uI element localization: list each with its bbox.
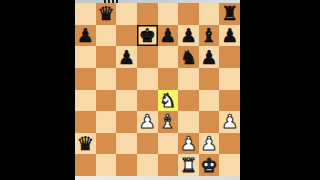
square-h5[interactable] <box>219 68 240 90</box>
square-e4[interactable]: ♞ <box>158 90 179 112</box>
square-e8[interactable] <box>158 3 179 25</box>
square-a8[interactable] <box>75 3 96 25</box>
square-b3[interactable] <box>96 111 117 133</box>
square-d3[interactable]: ♟ <box>137 111 158 133</box>
square-f4[interactable] <box>178 90 199 112</box>
black-pawn-icon: ♟ <box>118 47 135 66</box>
square-f7[interactable]: ♟ <box>178 25 199 47</box>
square-f3[interactable] <box>178 111 199 133</box>
black-king-icon: ♚ <box>139 25 156 44</box>
square-d2[interactable] <box>137 133 158 155</box>
square-a2[interactable]: ♛ <box>75 133 96 155</box>
bottom-ui-strip <box>75 176 240 180</box>
black-pawn-icon: ♟ <box>77 25 94 44</box>
square-a5[interactable] <box>75 68 96 90</box>
square-e1[interactable] <box>158 154 179 176</box>
square-d1[interactable] <box>137 154 158 176</box>
square-f1[interactable]: ♜ <box>178 154 199 176</box>
square-f5[interactable] <box>178 68 199 90</box>
square-b8[interactable]: ♛ <box>96 3 117 25</box>
square-f8[interactable] <box>178 3 199 25</box>
square-a1[interactable] <box>75 154 96 176</box>
square-h7[interactable]: ♟ <box>219 25 240 47</box>
square-a4[interactable] <box>75 90 96 112</box>
square-d7[interactable]: ♚ <box>137 25 158 47</box>
black-queen-icon: ♛ <box>77 134 94 153</box>
square-h1[interactable] <box>219 154 240 176</box>
square-g7[interactable]: ♝ <box>199 25 220 47</box>
square-b6[interactable] <box>96 46 117 68</box>
square-b5[interactable] <box>96 68 117 90</box>
black-pawn-icon: ♟ <box>221 25 238 44</box>
square-b7[interactable] <box>96 25 117 47</box>
square-a6[interactable] <box>75 46 96 68</box>
black-bishop-icon: ♝ <box>201 25 218 44</box>
square-f6[interactable]: ♞ <box>178 46 199 68</box>
square-c7[interactable] <box>116 25 137 47</box>
square-a3[interactable] <box>75 111 96 133</box>
black-rook-icon: ♜ <box>221 4 238 23</box>
square-c1[interactable] <box>116 154 137 176</box>
square-c8[interactable] <box>116 3 137 25</box>
white-pawn-icon: ♟ <box>180 134 197 153</box>
square-g1[interactable]: ♚ <box>199 154 220 176</box>
square-h8[interactable]: ♜ <box>219 3 240 25</box>
white-king-icon: ♚ <box>201 155 218 174</box>
black-pawn-icon: ♟ <box>159 25 176 44</box>
square-d8[interactable] <box>137 3 158 25</box>
square-d5[interactable] <box>137 68 158 90</box>
white-pawn-icon: ♟ <box>221 112 238 131</box>
square-d6[interactable] <box>137 46 158 68</box>
square-g4[interactable] <box>199 90 220 112</box>
chessboard-stage: ♛♜♟♚♟♟♝♟♟♞♟♞♟♝♟♛♟♟♜♚ <box>75 0 240 180</box>
white-pawn-icon: ♟ <box>201 134 218 153</box>
square-f2[interactable]: ♟ <box>178 133 199 155</box>
square-e5[interactable] <box>158 68 179 90</box>
chess-board[interactable]: ♛♜♟♚♟♟♝♟♟♞♟♞♟♝♟♛♟♟♜♚ <box>75 3 240 176</box>
square-c4[interactable] <box>116 90 137 112</box>
square-d4[interactable] <box>137 90 158 112</box>
square-h2[interactable] <box>219 133 240 155</box>
square-c2[interactable] <box>116 133 137 155</box>
square-g6[interactable]: ♟ <box>199 46 220 68</box>
black-queen-icon: ♛ <box>97 4 114 23</box>
right-letterbox-bar <box>240 0 320 180</box>
black-pawn-icon: ♟ <box>201 47 218 66</box>
square-b2[interactable] <box>96 133 117 155</box>
left-letterbox-bar <box>0 0 75 180</box>
black-pawn-icon: ♟ <box>180 25 197 44</box>
white-bishop-icon: ♝ <box>159 112 176 131</box>
square-g8[interactable] <box>199 3 220 25</box>
square-e3[interactable]: ♝ <box>158 111 179 133</box>
square-e2[interactable] <box>158 133 179 155</box>
square-g2[interactable]: ♟ <box>199 133 220 155</box>
white-knight-icon: ♞ <box>159 90 176 109</box>
square-e6[interactable] <box>158 46 179 68</box>
square-e7[interactable]: ♟ <box>158 25 179 47</box>
white-pawn-icon: ♟ <box>139 112 156 131</box>
square-h6[interactable] <box>219 46 240 68</box>
square-c6[interactable]: ♟ <box>116 46 137 68</box>
square-b4[interactable] <box>96 90 117 112</box>
white-rook-icon: ♜ <box>180 155 197 174</box>
square-h4[interactable] <box>219 90 240 112</box>
square-g3[interactable] <box>199 111 220 133</box>
square-a7[interactable]: ♟ <box>75 25 96 47</box>
square-h3[interactable]: ♟ <box>219 111 240 133</box>
square-c5[interactable] <box>116 68 137 90</box>
square-b1[interactable] <box>96 154 117 176</box>
black-knight-icon: ♞ <box>180 47 197 66</box>
square-c3[interactable] <box>116 111 137 133</box>
square-g5[interactable] <box>199 68 220 90</box>
